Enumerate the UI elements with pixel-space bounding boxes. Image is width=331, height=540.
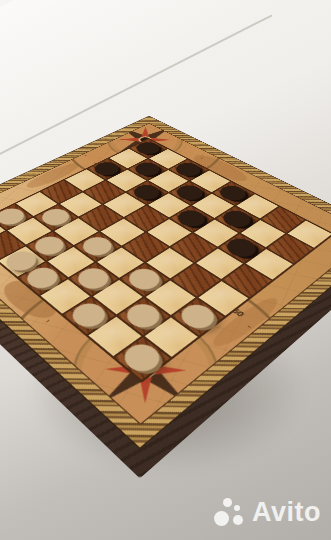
avito-logo-icon xyxy=(214,498,248,528)
avito-watermark: Avito xyxy=(214,497,321,528)
compass-label-n: N xyxy=(165,124,176,129)
photo-stage: N 20 40 60 80 NE E xyxy=(0,0,331,540)
watermark-text: Avito xyxy=(252,497,321,528)
